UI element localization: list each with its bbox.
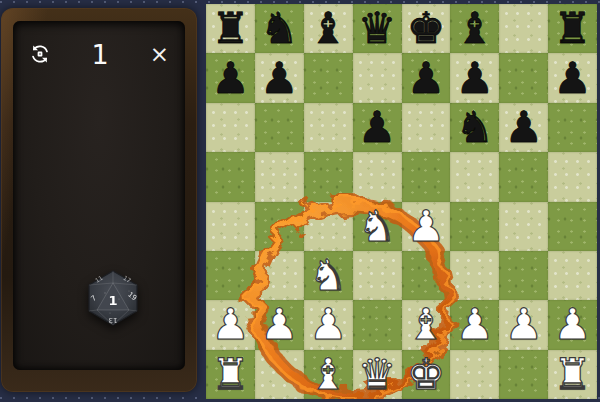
square-b4[interactable] <box>255 202 304 251</box>
square-a6[interactable] <box>206 103 255 152</box>
die-face-bottom: 13 <box>109 316 118 324</box>
square-d5[interactable] <box>353 152 402 201</box>
square-g1[interactable] <box>499 350 548 399</box>
square-f5[interactable] <box>450 152 499 201</box>
square-d8[interactable]: ♛ <box>353 4 402 53</box>
square-a3[interactable] <box>206 251 255 300</box>
piece-white-knight[interactable]: ♞ <box>358 205 397 248</box>
square-h5[interactable] <box>548 152 597 201</box>
square-b2[interactable]: ♟ <box>255 300 304 349</box>
board-grid: ♜♞♝♛♚♝♜♟♟♟♟♟♟♞♟♞♟♞♟♟♟♝♟♟♟♜♝♛♚♜ <box>206 4 597 399</box>
close-icon[interactable]: × <box>150 43 169 66</box>
reroll-dice-icon[interactable] <box>29 43 51 65</box>
square-f7[interactable]: ♟ <box>450 53 499 102</box>
square-d2[interactable] <box>353 300 402 349</box>
die-face-result: 1 <box>108 293 117 308</box>
square-c7[interactable] <box>304 53 353 102</box>
square-a4[interactable] <box>206 202 255 251</box>
square-a7[interactable]: ♟ <box>206 53 255 102</box>
square-a8[interactable]: ♜ <box>206 4 255 53</box>
square-g8[interactable] <box>499 4 548 53</box>
piece-black-pawn[interactable]: ♟ <box>504 106 543 149</box>
piece-black-pawn[interactable]: ♟ <box>456 57 495 100</box>
square-c6[interactable] <box>304 103 353 152</box>
square-b1[interactable] <box>255 350 304 399</box>
square-a2[interactable]: ♟ <box>206 300 255 349</box>
square-d6[interactable]: ♟ <box>353 103 402 152</box>
square-b3[interactable] <box>255 251 304 300</box>
dice-count: 1 <box>92 39 110 70</box>
piece-white-king[interactable]: ♚ <box>407 353 446 396</box>
dice-tray: 1 × <box>1 8 197 392</box>
piece-black-king[interactable]: ♚ <box>407 7 446 50</box>
piece-black-pawn[interactable]: ♟ <box>211 57 250 100</box>
square-c3[interactable]: ♞ <box>304 251 353 300</box>
chess-board: ♜♞♝♛♚♝♜♟♟♟♟♟♟♞♟♞♟♞♟♟♟♝♟♟♟♜♝♛♚♜ <box>206 4 597 399</box>
piece-white-pawn[interactable]: ♟ <box>260 303 299 346</box>
piece-white-pawn[interactable]: ♟ <box>504 303 543 346</box>
square-h3[interactable] <box>548 251 597 300</box>
square-g5[interactable] <box>499 152 548 201</box>
piece-black-rook[interactable]: ♜ <box>553 7 592 50</box>
square-h6[interactable] <box>548 103 597 152</box>
piece-black-pawn[interactable]: ♟ <box>358 106 397 149</box>
square-c8[interactable]: ♝ <box>304 4 353 53</box>
square-d1[interactable]: ♛ <box>353 350 402 399</box>
square-b6[interactable] <box>255 103 304 152</box>
square-e8[interactable]: ♚ <box>402 4 451 53</box>
piece-black-pawn[interactable]: ♟ <box>407 57 446 100</box>
square-d7[interactable] <box>353 53 402 102</box>
square-e1[interactable]: ♚ <box>402 350 451 399</box>
d20-die[interactable]: 1 7 19 13 11 17 <box>85 269 141 327</box>
square-b8[interactable]: ♞ <box>255 4 304 53</box>
piece-white-pawn[interactable]: ♟ <box>407 205 446 248</box>
square-c4[interactable] <box>304 202 353 251</box>
square-a1[interactable]: ♜ <box>206 350 255 399</box>
square-e2[interactable]: ♝ <box>402 300 451 349</box>
piece-white-rook[interactable]: ♜ <box>211 353 250 396</box>
piece-white-pawn[interactable]: ♟ <box>309 303 348 346</box>
piece-white-queen[interactable]: ♛ <box>358 353 397 396</box>
square-g4[interactable] <box>499 202 548 251</box>
piece-black-knight[interactable]: ♞ <box>456 106 495 149</box>
square-g6[interactable]: ♟ <box>499 103 548 152</box>
piece-white-bishop[interactable]: ♝ <box>407 303 446 346</box>
piece-white-pawn[interactable]: ♟ <box>211 303 250 346</box>
square-f4[interactable] <box>450 202 499 251</box>
square-h4[interactable] <box>548 202 597 251</box>
square-e5[interactable] <box>402 152 451 201</box>
square-f6[interactable]: ♞ <box>450 103 499 152</box>
square-e6[interactable] <box>402 103 451 152</box>
square-h7[interactable]: ♟ <box>548 53 597 102</box>
square-g3[interactable] <box>499 251 548 300</box>
piece-white-rook[interactable]: ♜ <box>553 353 592 396</box>
square-e4[interactable]: ♟ <box>402 202 451 251</box>
square-d4[interactable]: ♞ <box>353 202 402 251</box>
piece-white-pawn[interactable]: ♟ <box>553 303 592 346</box>
square-b7[interactable]: ♟ <box>255 53 304 102</box>
piece-black-bishop[interactable]: ♝ <box>309 7 348 50</box>
piece-black-queen[interactable]: ♛ <box>358 7 397 50</box>
piece-black-pawn[interactable]: ♟ <box>260 57 299 100</box>
square-f1[interactable] <box>450 350 499 399</box>
dice-tray-header: 1 × <box>13 21 185 73</box>
dice-tray-surface: 1 × <box>13 21 185 370</box>
square-b5[interactable] <box>255 152 304 201</box>
square-c2[interactable]: ♟ <box>304 300 353 349</box>
square-g7[interactable] <box>499 53 548 102</box>
square-f2[interactable]: ♟ <box>450 300 499 349</box>
piece-black-knight[interactable]: ♞ <box>260 7 299 50</box>
square-d3[interactable] <box>353 251 402 300</box>
square-g2[interactable]: ♟ <box>499 300 548 349</box>
square-e3[interactable] <box>402 251 451 300</box>
square-e7[interactable]: ♟ <box>402 53 451 102</box>
square-h1[interactable]: ♜ <box>548 350 597 399</box>
piece-white-pawn[interactable]: ♟ <box>456 303 495 346</box>
piece-black-pawn[interactable]: ♟ <box>553 57 592 100</box>
piece-white-knight[interactable]: ♞ <box>309 254 348 297</box>
piece-black-bishop[interactable]: ♝ <box>456 7 495 50</box>
piece-white-bishop[interactable]: ♝ <box>309 353 348 396</box>
square-a5[interactable] <box>206 152 255 201</box>
square-f8[interactable]: ♝ <box>450 4 499 53</box>
backdrop-ticks-top <box>0 1 600 3</box>
square-c5[interactable] <box>304 152 353 201</box>
square-c1[interactable]: ♝ <box>304 350 353 399</box>
square-f3[interactable] <box>450 251 499 300</box>
square-h8[interactable]: ♜ <box>548 4 597 53</box>
square-h2[interactable]: ♟ <box>548 300 597 349</box>
piece-black-rook[interactable]: ♜ <box>211 7 250 50</box>
